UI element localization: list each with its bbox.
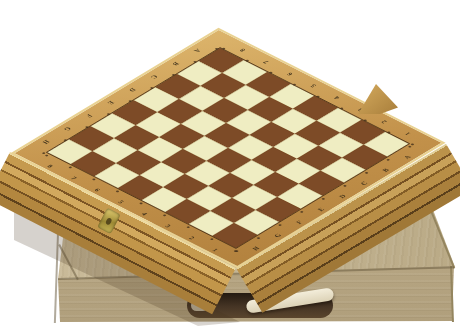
rank-label-front-edge: 5 — [113, 198, 128, 207]
file-label-left-edge: F — [81, 111, 97, 120]
frame-screw-icon — [292, 83, 296, 85]
rank-label-far-edge: 2 — [377, 117, 392, 126]
frame-screw-icon — [322, 198, 326, 200]
file-label-right-edge: A — [400, 153, 416, 162]
file-label-left-edge: B — [168, 59, 184, 68]
brass-clasp-pin-icon — [105, 217, 113, 226]
frame-screw-icon — [339, 107, 343, 109]
file-label-left-edge: A — [189, 46, 205, 55]
rank-label-far-edge: 6 — [282, 69, 297, 78]
file-label-left-edge: G — [59, 125, 75, 134]
file-label-right-edge: D — [335, 192, 351, 201]
rank-label-front-edge: 7 — [66, 174, 81, 183]
frame-screw-icon — [300, 211, 304, 213]
frame-screw-icon — [316, 95, 320, 97]
frame-screw-icon — [410, 143, 414, 145]
file-label-left-edge: E — [103, 98, 119, 107]
frame-screw-icon — [268, 71, 272, 73]
file-label-right-edge: G — [270, 231, 286, 240]
frame-screw-icon — [209, 238, 213, 240]
frame-screw-icon — [278, 224, 282, 226]
frame-screw-icon — [186, 226, 190, 228]
file-label-left-edge: C — [146, 72, 162, 81]
file-label-right-edge: F — [292, 218, 308, 227]
frame-screw-icon — [68, 166, 72, 168]
rank-label-far-edge: 4 — [330, 93, 345, 102]
frame-screw-icon — [343, 185, 347, 187]
brass-clasp-latch — [97, 208, 120, 234]
frame-screw-icon — [365, 171, 369, 173]
rank-label-far-edge: 7 — [259, 57, 274, 66]
frame-screw-icon — [235, 250, 239, 252]
frame-screw-icon — [386, 131, 390, 133]
wooden-lid-catch — [358, 84, 398, 114]
file-label-right-edge: E — [314, 205, 330, 214]
frame-screw-icon — [221, 47, 225, 49]
file-label-left-edge: H — [38, 138, 54, 147]
frame-screw-icon — [245, 59, 249, 61]
frame-screw-icon — [162, 214, 166, 216]
frame-screw-icon — [139, 202, 143, 204]
product-photo-scene: AA88BB77CC66DD55EE44FF33GG22HH11 — [0, 0, 460, 330]
rank-label-front-edge: 4 — [136, 210, 151, 219]
rank-label-front-edge: 8 — [42, 162, 57, 171]
file-label-right-edge: B — [378, 166, 394, 175]
file-label-left-edge: D — [124, 85, 140, 94]
frame-screw-icon — [363, 119, 367, 121]
rank-label-front-edge: 3 — [160, 222, 175, 231]
file-label-right-edge: C — [357, 179, 373, 188]
rank-label-front-edge: 6 — [89, 186, 104, 195]
frame-screw-icon — [408, 145, 412, 147]
rank-label-front-edge: 1 — [207, 246, 222, 255]
rank-label-front-edge: 2 — [183, 234, 198, 243]
frame-screw-icon — [115, 190, 119, 192]
rank-label-far-edge: 8 — [235, 45, 250, 54]
file-label-right-edge: H — [249, 244, 265, 253]
frame-screw-icon — [386, 158, 390, 160]
rank-label-far-edge: 1 — [400, 129, 415, 138]
frame-screw-icon — [257, 237, 261, 239]
frame-screw-icon — [44, 154, 48, 156]
frame-screw-icon — [91, 178, 95, 180]
rank-label-far-edge: 5 — [306, 81, 321, 90]
